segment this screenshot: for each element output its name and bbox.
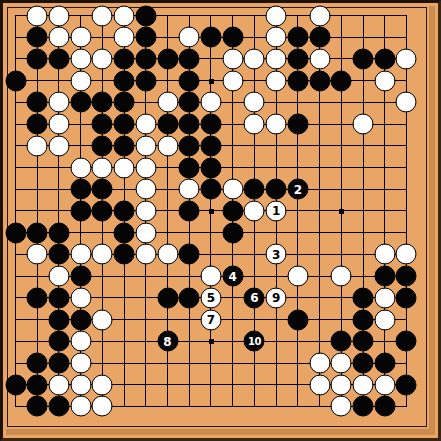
black-stone[interactable] (5, 70, 26, 91)
white-stone[interactable] (70, 353, 91, 374)
white-stone[interactable] (157, 244, 178, 265)
black-stone[interactable] (48, 287, 69, 308)
black-stone[interactable] (92, 92, 113, 113)
white-stone[interactable] (179, 179, 200, 200)
white-stone[interactable] (374, 374, 395, 395)
white-stone[interactable] (287, 266, 308, 287)
black-stone[interactable] (70, 179, 91, 200)
black-stone[interactable] (114, 200, 135, 221)
white-stone[interactable] (27, 5, 48, 26)
white-stone[interactable] (331, 266, 352, 287)
black-stone[interactable] (287, 114, 308, 135)
white-stone[interactable] (244, 92, 265, 113)
black-stone[interactable] (114, 135, 135, 156)
white-stone[interactable] (135, 244, 156, 265)
black-stone[interactable] (309, 27, 330, 48)
black-stone[interactable] (374, 353, 395, 374)
black-stone[interactable] (222, 222, 243, 243)
black-stone[interactable] (114, 92, 135, 113)
black-stone[interactable] (179, 92, 200, 113)
star-point (209, 339, 214, 344)
black-stone[interactable] (70, 266, 91, 287)
black-stone[interactable] (48, 331, 69, 352)
white-stone[interactable] (200, 92, 221, 113)
white-stone[interactable] (48, 374, 69, 395)
white-stone[interactable] (48, 5, 69, 26)
move-number-label: 3 (272, 248, 280, 260)
move-number-label: 5 (207, 292, 215, 304)
move-number-label: 10 (248, 336, 261, 346)
black-stone[interactable] (374, 396, 395, 417)
move-number-label: 2 (294, 183, 302, 195)
black-stone[interactable] (353, 287, 374, 308)
black-stone[interactable] (309, 70, 330, 91)
white-stone[interactable] (309, 5, 330, 26)
white-stone[interactable] (200, 266, 221, 287)
white-stone[interactable] (353, 114, 374, 135)
white-stone[interactable]: 7 (200, 309, 221, 330)
black-stone[interactable] (27, 27, 48, 48)
white-stone[interactable] (70, 27, 91, 48)
black-stone[interactable] (48, 309, 69, 330)
black-stone[interactable] (331, 70, 352, 91)
black-stone[interactable] (27, 222, 48, 243)
black-stone[interactable] (5, 374, 26, 395)
star-point (209, 209, 214, 214)
black-stone[interactable] (48, 396, 69, 417)
white-stone[interactable] (157, 135, 178, 156)
white-stone[interactable] (374, 287, 395, 308)
black-stone[interactable] (374, 48, 395, 69)
black-stone[interactable] (353, 48, 374, 69)
white-stone[interactable] (92, 309, 113, 330)
black-stone[interactable] (92, 179, 113, 200)
white-stone[interactable] (266, 114, 287, 135)
white-stone[interactable] (70, 244, 91, 265)
move-number-label: 6 (250, 292, 258, 304)
white-stone[interactable] (114, 5, 135, 26)
white-stone[interactable] (70, 157, 91, 178)
white-stone[interactable] (92, 374, 113, 395)
white-stone[interactable] (92, 5, 113, 26)
black-stone[interactable] (287, 309, 308, 330)
go-board-diagram: 21345697810 (0, 0, 441, 441)
black-stone[interactable] (179, 157, 200, 178)
white-stone[interactable] (70, 396, 91, 417)
black-stone[interactable] (114, 244, 135, 265)
white-stone[interactable] (135, 200, 156, 221)
black-stone[interactable] (200, 27, 221, 48)
black-stone[interactable] (244, 179, 265, 200)
white-stone[interactable] (244, 114, 265, 135)
white-stone[interactable]: 1 (266, 200, 287, 221)
white-stone[interactable] (396, 92, 417, 113)
black-stone[interactable]: 6 (244, 287, 265, 308)
white-stone[interactable] (114, 157, 135, 178)
black-stone[interactable]: 8 (157, 331, 178, 352)
black-stone[interactable] (114, 114, 135, 135)
black-stone[interactable] (157, 48, 178, 69)
white-stone[interactable] (92, 48, 113, 69)
black-stone[interactable] (266, 179, 287, 200)
white-stone[interactable] (222, 70, 243, 91)
white-stone[interactable] (135, 114, 156, 135)
black-stone[interactable] (179, 244, 200, 265)
black-stone[interactable] (70, 309, 91, 330)
black-stone[interactable] (135, 70, 156, 91)
black-stone[interactable] (353, 331, 374, 352)
white-stone[interactable] (135, 135, 156, 156)
move-number-label: 8 (163, 335, 171, 347)
white-stone[interactable] (266, 27, 287, 48)
black-stone[interactable] (200, 179, 221, 200)
black-stone[interactable] (27, 374, 48, 395)
white-stone[interactable]: 9 (266, 287, 287, 308)
white-stone[interactable] (244, 200, 265, 221)
black-stone[interactable] (27, 353, 48, 374)
black-stone[interactable] (27, 92, 48, 113)
white-stone[interactable] (92, 157, 113, 178)
black-stone[interactable] (396, 266, 417, 287)
white-stone[interactable] (70, 70, 91, 91)
black-stone[interactable] (5, 222, 26, 243)
white-stone[interactable] (70, 374, 91, 395)
star-point (209, 79, 214, 84)
white-stone[interactable] (48, 114, 69, 135)
black-stone[interactable] (135, 5, 156, 26)
black-stone[interactable] (222, 27, 243, 48)
black-stone[interactable] (179, 48, 200, 69)
black-stone[interactable] (200, 157, 221, 178)
black-stone[interactable] (179, 135, 200, 156)
black-stone[interactable] (287, 27, 308, 48)
star-point (339, 209, 344, 214)
white-stone[interactable] (353, 374, 374, 395)
black-stone[interactable] (200, 135, 221, 156)
white-stone[interactable] (135, 179, 156, 200)
white-stone[interactable] (396, 244, 417, 265)
black-stone[interactable] (157, 287, 178, 308)
white-stone[interactable]: 5 (200, 287, 221, 308)
black-stone[interactable] (114, 70, 135, 91)
black-stone[interactable] (48, 222, 69, 243)
black-stone[interactable] (27, 396, 48, 417)
white-stone[interactable]: 3 (266, 244, 287, 265)
white-stone[interactable] (70, 331, 91, 352)
white-stone[interactable] (48, 27, 69, 48)
black-stone[interactable] (70, 92, 91, 113)
white-stone[interactable] (222, 179, 243, 200)
white-stone[interactable] (48, 135, 69, 156)
white-stone[interactable] (396, 48, 417, 69)
white-stone[interactable] (48, 92, 69, 113)
white-stone[interactable] (27, 244, 48, 265)
black-stone[interactable] (396, 331, 417, 352)
black-stone[interactable] (179, 114, 200, 135)
goban[interactable]: 21345697810 (0, 0, 441, 441)
black-stone[interactable] (374, 266, 395, 287)
black-stone[interactable] (92, 114, 113, 135)
black-stone[interactable] (396, 287, 417, 308)
black-stone[interactable] (70, 200, 91, 221)
black-stone[interactable] (114, 48, 135, 69)
black-stone[interactable] (200, 114, 221, 135)
black-stone[interactable] (353, 396, 374, 417)
black-stone[interactable] (179, 287, 200, 308)
white-stone[interactable] (374, 309, 395, 330)
white-stone[interactable] (70, 48, 91, 69)
white-stone[interactable] (222, 48, 243, 69)
black-stone[interactable] (396, 374, 417, 395)
move-number-label: 4 (229, 270, 237, 282)
black-stone[interactable] (48, 244, 69, 265)
white-stone[interactable] (331, 374, 352, 395)
white-stone[interactable] (309, 48, 330, 69)
white-stone[interactable] (48, 266, 69, 287)
black-stone[interactable] (114, 222, 135, 243)
white-stone[interactable] (266, 70, 287, 91)
white-stone[interactable] (92, 244, 113, 265)
black-stone[interactable] (353, 309, 374, 330)
white-stone[interactable] (374, 70, 395, 91)
black-stone[interactable] (92, 135, 113, 156)
black-stone[interactable] (27, 114, 48, 135)
black-stone[interactable] (135, 27, 156, 48)
black-stone[interactable] (179, 200, 200, 221)
white-stone[interactable] (266, 5, 287, 26)
white-stone[interactable] (70, 287, 91, 308)
black-stone[interactable] (92, 200, 113, 221)
black-stone[interactable]: 2 (287, 179, 308, 200)
black-stone[interactable]: 4 (222, 266, 243, 287)
white-stone[interactable] (266, 48, 287, 69)
white-stone[interactable] (114, 27, 135, 48)
white-stone[interactable] (179, 27, 200, 48)
black-stone[interactable] (135, 48, 156, 69)
black-stone[interactable] (27, 287, 48, 308)
white-stone[interactable] (374, 244, 395, 265)
black-stone[interactable] (331, 331, 352, 352)
white-stone[interactable] (309, 353, 330, 374)
black-stone[interactable] (48, 353, 69, 374)
black-stone[interactable] (353, 353, 374, 374)
black-stone[interactable] (179, 70, 200, 91)
move-number-label: 7 (207, 314, 215, 326)
black-stone[interactable] (287, 48, 308, 69)
white-stone[interactable] (135, 222, 156, 243)
white-stone[interactable] (331, 396, 352, 417)
white-stone[interactable] (27, 135, 48, 156)
black-stone[interactable] (287, 70, 308, 91)
move-number-label: 9 (272, 292, 280, 304)
black-stone[interactable]: 10 (244, 331, 265, 352)
white-stone[interactable] (92, 396, 113, 417)
black-stone[interactable] (27, 48, 48, 69)
black-stone[interactable] (157, 114, 178, 135)
black-stone[interactable] (222, 200, 243, 221)
white-stone[interactable] (244, 48, 265, 69)
black-stone[interactable] (48, 48, 69, 69)
white-stone[interactable] (157, 92, 178, 113)
white-stone[interactable] (309, 374, 330, 395)
move-number-label: 1 (272, 205, 280, 217)
white-stone[interactable] (135, 157, 156, 178)
white-stone[interactable] (331, 353, 352, 374)
